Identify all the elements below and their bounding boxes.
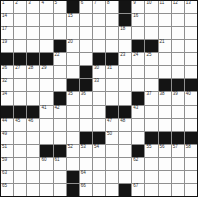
- cell-r6c10[interactable]: [119, 66, 131, 78]
- cell-r10c3[interactable]: 46: [27, 119, 39, 131]
- clue-number-36: 36: [81, 92, 86, 97]
- cell-r7c8[interactable]: 33: [93, 79, 105, 91]
- cell-r11c3[interactable]: [27, 132, 39, 144]
- clue-number-40: 40: [186, 92, 191, 97]
- cell-r8c13[interactable]: 38: [159, 92, 171, 104]
- cell-r2c15[interactable]: [185, 14, 197, 26]
- cell-r15c14[interactable]: [172, 184, 184, 196]
- black-cell-r5c1: [1, 53, 13, 65]
- clue-number-21: 21: [160, 40, 165, 45]
- cell-r2c9[interactable]: [106, 14, 118, 26]
- cell-r5c6[interactable]: [67, 53, 79, 65]
- cell-r6c8[interactable]: 30: [93, 66, 105, 78]
- cell-r10c14[interactable]: [172, 119, 184, 131]
- cell-r4c13[interactable]: 21: [159, 40, 171, 52]
- cell-r7c10[interactable]: [119, 79, 131, 91]
- cell-r4c1[interactable]: 19: [1, 40, 13, 52]
- cell-r8c3[interactable]: [27, 92, 39, 104]
- cell-r2c7[interactable]: [80, 14, 92, 26]
- cell-r1c3[interactable]: 3: [27, 1, 39, 13]
- cell-r8c14[interactable]: 39: [172, 92, 184, 104]
- cell-r12c14[interactable]: 57: [172, 145, 184, 157]
- cell-r11c9[interactable]: 50: [106, 132, 118, 144]
- cell-r1c12[interactable]: 10: [145, 1, 157, 13]
- cell-r3c3[interactable]: [27, 27, 39, 39]
- cell-r9c13[interactable]: [159, 106, 171, 118]
- clue-number-44: 44: [2, 119, 7, 124]
- clue-number-5: 5: [55, 1, 58, 6]
- black-cell-r11c13: [159, 132, 171, 144]
- cell-r6c3[interactable]: 28: [27, 66, 39, 78]
- cell-r3c4[interactable]: [40, 27, 52, 39]
- clue-number-8: 8: [107, 1, 110, 6]
- cell-r11c10[interactable]: [119, 132, 131, 144]
- cell-r12c15[interactable]: 58: [185, 145, 197, 157]
- black-cell-r7c13: [159, 79, 171, 91]
- cell-r13c6[interactable]: [67, 158, 79, 170]
- cell-r15c4[interactable]: [40, 184, 52, 196]
- clue-number-16: 16: [133, 14, 138, 19]
- black-cell-r14c6: [67, 171, 79, 183]
- clue-number-22: 22: [55, 53, 60, 58]
- cell-r2c11[interactable]: 16: [132, 14, 144, 26]
- clue-number-55: 55: [146, 145, 151, 150]
- cell-r1c8[interactable]: 7: [93, 1, 105, 13]
- cell-r5c5[interactable]: 22: [54, 53, 66, 65]
- cell-r4c7[interactable]: [80, 40, 92, 52]
- cell-r8c9[interactable]: [106, 92, 118, 104]
- black-cell-r4c5: [54, 40, 66, 52]
- clue-number-41: 41: [41, 106, 46, 111]
- black-cell-r2c10: [119, 14, 131, 26]
- cell-r2c13[interactable]: [159, 14, 171, 26]
- cell-r6c2[interactable]: 27: [14, 66, 26, 78]
- cell-r2c3[interactable]: [27, 14, 39, 26]
- cell-r3c11[interactable]: [132, 27, 144, 39]
- cell-r7c3[interactable]: [27, 79, 39, 91]
- black-cell-r9c2: [14, 106, 26, 118]
- cell-r2c6[interactable]: 15: [67, 14, 79, 26]
- black-cell-r7c7: [80, 79, 92, 91]
- cell-r4c8[interactable]: [93, 40, 105, 52]
- clue-number-62: 62: [133, 158, 138, 163]
- cell-r3c15[interactable]: [185, 27, 197, 39]
- cell-r3c6[interactable]: [67, 27, 79, 39]
- cell-r3c9[interactable]: [106, 27, 118, 39]
- black-cell-r1c6: [67, 1, 79, 13]
- cell-r14c3[interactable]: [27, 171, 39, 183]
- clue-number-67: 67: [133, 184, 138, 189]
- crossword-puzzle: 1234567891011121314151617181920212223242…: [0, 0, 198, 197]
- cell-r2c4[interactable]: [40, 14, 52, 26]
- cell-r9c15[interactable]: [185, 106, 197, 118]
- cell-r12c1[interactable]: 51: [1, 145, 13, 157]
- clue-number-25: 25: [146, 53, 151, 58]
- cell-r13c3[interactable]: [27, 158, 39, 170]
- cell-r12c2[interactable]: [14, 145, 26, 157]
- cell-r15c15[interactable]: [185, 184, 197, 196]
- clue-number-29: 29: [41, 66, 46, 71]
- cell-r10c15[interactable]: [185, 119, 197, 131]
- cell-r7c1[interactable]: 32: [1, 79, 13, 91]
- cell-r15c7[interactable]: 66: [80, 184, 92, 196]
- cell-r13c11[interactable]: 62: [132, 158, 144, 170]
- clue-number-4: 4: [41, 1, 44, 6]
- cell-r9c8[interactable]: [93, 106, 105, 118]
- cell-r7c2[interactable]: [14, 79, 26, 91]
- cell-r5c13[interactable]: [159, 53, 171, 65]
- clue-number-60: 60: [41, 158, 46, 163]
- cell-r1c13[interactable]: 11: [159, 1, 171, 13]
- cell-r14c13[interactable]: [159, 171, 171, 183]
- cell-r4c4[interactable]: [40, 40, 52, 52]
- cell-r12c3[interactable]: [27, 145, 39, 157]
- cell-r5c10[interactable]: 23: [119, 53, 131, 65]
- cell-r8c15[interactable]: 40: [185, 92, 197, 104]
- black-cell-r4c12: [145, 40, 157, 52]
- cell-r3c5[interactable]: [54, 27, 66, 39]
- clue-number-32: 32: [2, 79, 7, 84]
- cell-r1c5[interactable]: 5: [54, 1, 66, 13]
- cell-r13c13[interactable]: [159, 158, 171, 170]
- cell-r1c15[interactable]: 13: [185, 1, 197, 13]
- cell-r14c8[interactable]: [93, 171, 105, 183]
- cell-r8c4[interactable]: [40, 92, 52, 104]
- clue-number-50: 50: [107, 132, 112, 137]
- cell-r13c9[interactable]: [106, 158, 118, 170]
- cell-r9c4[interactable]: 41: [40, 106, 52, 118]
- cell-r3c14[interactable]: [172, 27, 184, 39]
- black-cell-r5c4: [40, 53, 52, 65]
- cell-r13c12[interactable]: [145, 158, 157, 170]
- clue-number-51: 51: [2, 145, 7, 150]
- clue-number-42: 42: [55, 106, 60, 111]
- clue-number-56: 56: [160, 145, 165, 150]
- clue-number-2: 2: [15, 1, 18, 6]
- cell-r10c8[interactable]: [93, 119, 105, 131]
- black-cell-r11c12: [145, 132, 157, 144]
- cell-r14c5[interactable]: [54, 171, 66, 183]
- cell-r6c9[interactable]: 31: [106, 66, 118, 78]
- clue-number-48: 48: [120, 119, 125, 124]
- cell-r15c8[interactable]: [93, 184, 105, 196]
- cell-r4c10[interactable]: [119, 40, 131, 52]
- cell-r15c13[interactable]: [159, 184, 171, 196]
- cell-r12c13[interactable]: 56: [159, 145, 171, 157]
- clue-number-61: 61: [55, 158, 60, 163]
- clue-number-9: 9: [133, 1, 136, 6]
- cell-r2c5[interactable]: [54, 14, 66, 26]
- cell-r13c5[interactable]: 61: [54, 158, 66, 170]
- black-cell-r9c3: [27, 106, 39, 118]
- clue-number-14: 14: [2, 14, 7, 19]
- cell-r10c7[interactable]: [80, 119, 92, 131]
- black-cell-r7c6: [67, 79, 79, 91]
- clue-number-57: 57: [173, 145, 178, 150]
- cell-r8c7[interactable]: 36: [80, 92, 92, 104]
- cell-r14c10[interactable]: [119, 171, 131, 183]
- cell-r13c14[interactable]: [172, 158, 184, 170]
- cell-r2c2[interactable]: [14, 14, 26, 26]
- cell-r15c5[interactable]: [54, 184, 66, 196]
- cell-r10c2[interactable]: 45: [14, 119, 26, 131]
- cell-r1c7[interactable]: 6: [80, 1, 92, 13]
- cell-r1c4[interactable]: 4: [40, 1, 52, 13]
- cell-r14c2[interactable]: [14, 171, 26, 183]
- cell-r8c12[interactable]: 37: [145, 92, 157, 104]
- cell-r12c12[interactable]: 55: [145, 145, 157, 157]
- cell-r11c11[interactable]: [132, 132, 144, 144]
- cell-r13c4[interactable]: 60: [40, 158, 52, 170]
- cell-r9c14[interactable]: [172, 106, 184, 118]
- clue-number-33: 33: [94, 79, 99, 84]
- crossword-grid: 1234567891011121314151617181920212223242…: [0, 0, 198, 197]
- black-cell-r5c3: [27, 53, 39, 65]
- clue-number-54: 54: [94, 145, 99, 150]
- clue-number-13: 13: [186, 1, 191, 6]
- cell-r1c1[interactable]: 1: [1, 1, 13, 13]
- clue-number-12: 12: [173, 1, 178, 6]
- clue-number-52: 52: [68, 145, 73, 150]
- cell-r5c14[interactable]: [172, 53, 184, 65]
- cell-r3c10[interactable]: 18: [119, 27, 131, 39]
- clue-number-30: 30: [94, 66, 99, 71]
- black-cell-r12c11: [132, 145, 144, 157]
- cell-r7c12[interactable]: [145, 79, 157, 91]
- black-cell-r9c1: [1, 106, 13, 118]
- black-cell-r11c14: [172, 132, 184, 144]
- cell-r15c2[interactable]: [14, 184, 26, 196]
- black-cell-r8c5: [54, 92, 66, 104]
- black-cell-r15c10: [119, 184, 131, 196]
- cell-r12c9[interactable]: [106, 145, 118, 157]
- cell-r4c2[interactable]: [14, 40, 26, 52]
- cell-r11c2[interactable]: [14, 132, 26, 144]
- cell-r2c1[interactable]: 14: [1, 14, 13, 26]
- clue-number-3: 3: [28, 1, 31, 6]
- cell-r14c1[interactable]: 63: [1, 171, 13, 183]
- clue-number-35: 35: [68, 92, 73, 97]
- cell-r6c13[interactable]: [159, 66, 171, 78]
- black-cell-r5c2: [14, 53, 26, 65]
- clue-number-58: 58: [186, 145, 191, 150]
- cell-r10c11[interactable]: [132, 119, 144, 131]
- cell-r8c8[interactable]: [93, 92, 105, 104]
- cell-r9c7[interactable]: [80, 106, 92, 118]
- cell-r12c8[interactable]: 54: [93, 145, 105, 157]
- cell-r6c11[interactable]: [132, 66, 144, 78]
- clue-number-11: 11: [160, 1, 165, 6]
- black-cell-r5c8: [93, 53, 105, 65]
- cell-r2c8[interactable]: [93, 14, 105, 26]
- cell-r12c7[interactable]: 53: [80, 145, 92, 157]
- cell-r1c9[interactable]: 8: [106, 1, 118, 13]
- clue-number-47: 47: [107, 119, 112, 124]
- cell-r1c11[interactable]: 9: [132, 1, 144, 13]
- clue-number-19: 19: [2, 40, 7, 45]
- cell-r13c1[interactable]: 59: [1, 158, 13, 170]
- clue-number-65: 65: [2, 184, 7, 189]
- clue-number-66: 66: [81, 184, 86, 189]
- cell-r4c9[interactable]: [106, 40, 118, 52]
- black-cell-r11c7: [80, 132, 92, 144]
- cell-r3c2[interactable]: [14, 27, 26, 39]
- black-cell-r7c15: [185, 79, 197, 91]
- black-cell-r1c10: [119, 1, 131, 13]
- clue-number-63: 63: [2, 171, 7, 176]
- clue-number-10: 10: [146, 1, 151, 6]
- clue-number-20: 20: [68, 40, 73, 45]
- cell-r10c6[interactable]: [67, 119, 79, 131]
- cell-r15c1[interactable]: 65: [1, 184, 13, 196]
- cell-r10c5[interactable]: [54, 119, 66, 131]
- cell-r11c5[interactable]: [54, 132, 66, 144]
- cell-r2c14[interactable]: [172, 14, 184, 26]
- cell-r6c1[interactable]: 26: [1, 66, 13, 78]
- cell-r5c11[interactable]: 24: [132, 53, 144, 65]
- cell-r4c15[interactable]: [185, 40, 197, 52]
- black-cell-r9c9: [106, 106, 118, 118]
- black-cell-r12c4: [40, 145, 52, 157]
- clue-number-27: 27: [15, 66, 20, 71]
- clue-number-59: 59: [2, 158, 7, 163]
- cell-r3c13[interactable]: [159, 27, 171, 39]
- cell-r3c12[interactable]: [145, 27, 157, 39]
- cell-r11c1[interactable]: 49: [1, 132, 13, 144]
- cell-r13c15[interactable]: [185, 158, 197, 170]
- clue-number-23: 23: [120, 53, 125, 58]
- cell-r1c14[interactable]: 12: [172, 1, 184, 13]
- clue-number-43: 43: [133, 106, 138, 111]
- black-cell-r6c7: [80, 66, 92, 78]
- cell-r4c3[interactable]: [27, 40, 39, 52]
- clue-number-28: 28: [28, 66, 33, 71]
- black-cell-r11c8: [93, 132, 105, 144]
- cell-r6c14[interactable]: [172, 66, 184, 78]
- cell-r5c7[interactable]: [80, 53, 92, 65]
- black-cell-r9c10: [119, 106, 131, 118]
- black-cell-r7c14: [172, 79, 184, 91]
- clue-number-1: 1: [2, 1, 5, 6]
- cell-r14c15[interactable]: [185, 171, 197, 183]
- cell-r15c12[interactable]: [145, 184, 157, 196]
- cell-r10c1[interactable]: 44: [1, 119, 13, 131]
- cell-r9c12[interactable]: [145, 106, 157, 118]
- cell-r13c7[interactable]: [80, 158, 92, 170]
- cell-r14c4[interactable]: [40, 171, 52, 183]
- clue-number-53: 53: [81, 145, 86, 150]
- cell-r12c6[interactable]: 52: [67, 145, 79, 157]
- cell-r10c9[interactable]: 47: [106, 119, 118, 131]
- cell-r3c1[interactable]: 17: [1, 27, 13, 39]
- cell-r6c6[interactable]: [67, 66, 79, 78]
- cell-r6c15[interactable]: [185, 66, 197, 78]
- black-cell-r5c9: [106, 53, 118, 65]
- cell-r13c8[interactable]: [93, 158, 105, 170]
- cell-r11c6[interactable]: [67, 132, 79, 144]
- cell-r4c14[interactable]: [172, 40, 184, 52]
- cell-r8c1[interactable]: 34: [1, 92, 13, 104]
- clue-number-46: 46: [28, 119, 33, 124]
- clue-number-15: 15: [68, 14, 73, 19]
- cell-r6c4[interactable]: 29: [40, 66, 52, 78]
- cell-r3c8[interactable]: [93, 27, 105, 39]
- cell-r14c7[interactable]: 64: [80, 171, 92, 183]
- clue-number-38: 38: [160, 92, 165, 97]
- cell-r14c14[interactable]: [172, 171, 184, 183]
- cell-r8c6[interactable]: 35: [67, 92, 79, 104]
- clue-number-18: 18: [120, 27, 125, 32]
- clue-number-39: 39: [173, 92, 178, 97]
- clue-number-37: 37: [146, 92, 151, 97]
- cell-r9c5[interactable]: 42: [54, 106, 66, 118]
- cell-r12c10[interactable]: [119, 145, 131, 157]
- cell-r7c4[interactable]: [40, 79, 52, 91]
- cell-r1c2[interactable]: 2: [14, 1, 26, 13]
- cell-r11c4[interactable]: [40, 132, 52, 144]
- cell-r14c12[interactable]: [145, 171, 157, 183]
- clue-number-26: 26: [2, 66, 7, 71]
- cell-r7c9[interactable]: [106, 79, 118, 91]
- cell-r9c6[interactable]: [67, 106, 79, 118]
- cell-r8c2[interactable]: [14, 92, 26, 104]
- black-cell-r8c11: [132, 92, 144, 104]
- cell-r10c4[interactable]: [40, 119, 52, 131]
- cell-r7c5[interactable]: [54, 79, 66, 91]
- clue-number-64: 64: [81, 171, 86, 176]
- black-cell-r11c15: [185, 132, 197, 144]
- black-cell-r4c11: [132, 40, 144, 52]
- clue-number-34: 34: [2, 92, 7, 97]
- cell-r10c10[interactable]: 48: [119, 119, 131, 131]
- cell-r5c15[interactable]: [185, 53, 197, 65]
- clue-number-49: 49: [2, 132, 7, 137]
- clue-number-24: 24: [133, 53, 138, 58]
- black-cell-r15c6: [67, 184, 79, 196]
- cell-r13c10[interactable]: [119, 158, 131, 170]
- cell-r10c12[interactable]: [145, 119, 157, 131]
- clue-number-31: 31: [107, 66, 112, 71]
- cell-r13c2[interactable]: [14, 158, 26, 170]
- cell-r14c9[interactable]: [106, 171, 118, 183]
- clue-number-45: 45: [15, 119, 20, 124]
- cell-r6c5[interactable]: [54, 66, 66, 78]
- cell-r15c9[interactable]: [106, 184, 118, 196]
- clue-number-7: 7: [94, 1, 97, 6]
- cell-r4c6[interactable]: 20: [67, 40, 79, 52]
- cell-r2c12[interactable]: [145, 14, 157, 26]
- cell-r10c13[interactable]: [159, 119, 171, 131]
- cell-r14c11[interactable]: [132, 171, 144, 183]
- cell-r6c12[interactable]: [145, 66, 157, 78]
- cell-r15c11[interactable]: 67: [132, 184, 144, 196]
- clue-number-17: 17: [2, 27, 7, 32]
- cell-r7c11[interactable]: [132, 79, 144, 91]
- clue-number-6: 6: [81, 1, 84, 6]
- black-cell-r12c5: [54, 145, 66, 157]
- cell-r3c7[interactable]: [80, 27, 92, 39]
- cell-r5c12[interactable]: 25: [145, 53, 157, 65]
- cell-r8c10[interactable]: [119, 92, 131, 104]
- cell-r15c3[interactable]: [27, 184, 39, 196]
- cell-r9c11[interactable]: 43: [132, 106, 144, 118]
